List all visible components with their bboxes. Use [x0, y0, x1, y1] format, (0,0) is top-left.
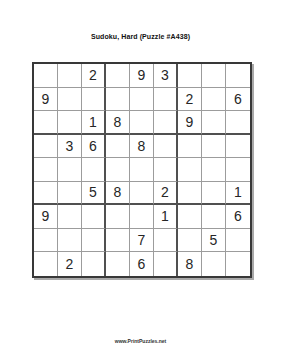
cell-r9c1: [34, 252, 58, 276]
cell-r6c7: [178, 182, 202, 206]
cell-r4c8: [202, 135, 226, 159]
cell-r3c2: [58, 111, 82, 135]
cell-r4c2: 3: [58, 135, 82, 159]
cell-r6c9: 1: [226, 182, 250, 206]
cell-r6c1: [34, 182, 58, 206]
cell-r5c7: [178, 158, 202, 182]
cell-r2c3: [82, 88, 106, 112]
cell-r5c6: [154, 158, 178, 182]
cell-r2c6: [154, 88, 178, 112]
cell-r8c7: [178, 229, 202, 253]
cell-r4c3: 6: [82, 135, 106, 159]
cell-r6c4: 8: [106, 182, 130, 206]
cell-r7c4: [106, 205, 130, 229]
cell-r9c6: [154, 252, 178, 276]
cell-r1c1: [34, 64, 58, 88]
cell-r5c2: [58, 158, 82, 182]
cell-r1c3: 2: [82, 64, 106, 88]
cell-r1c6: 3: [154, 64, 178, 88]
cell-r7c2: [58, 205, 82, 229]
puzzle-page: Sudoku, Hard (Puzzle #A438) 293926189368…: [0, 0, 281, 363]
cell-r3c5: [130, 111, 154, 135]
cell-r8c9: [226, 229, 250, 253]
cell-r1c8: [202, 64, 226, 88]
cell-r3c1: [34, 111, 58, 135]
cell-r8c1: [34, 229, 58, 253]
cell-r1c7: [178, 64, 202, 88]
cell-r8c4: [106, 229, 130, 253]
cell-r4c9: [226, 135, 250, 159]
cell-r8c8: 5: [202, 229, 226, 253]
cell-r3c6: [154, 111, 178, 135]
cell-r5c1: [34, 158, 58, 182]
cell-r7c3: [82, 205, 106, 229]
cell-r1c9: [226, 64, 250, 88]
cell-r5c9: [226, 158, 250, 182]
cell-r2c9: 6: [226, 88, 250, 112]
cell-r7c6: 1: [154, 205, 178, 229]
cell-r5c4: [106, 158, 130, 182]
cell-r1c2: [58, 64, 82, 88]
cell-r8c3: [82, 229, 106, 253]
cell-r9c3: [82, 252, 106, 276]
cell-r5c3: [82, 158, 106, 182]
cell-r6c8: [202, 182, 226, 206]
cell-r4c5: 8: [130, 135, 154, 159]
cell-r7c7: [178, 205, 202, 229]
cell-r6c3: 5: [82, 182, 106, 206]
cell-r3c9: [226, 111, 250, 135]
cell-r4c4: [106, 135, 130, 159]
cell-r2c5: [130, 88, 154, 112]
sudoku-board: 293926189368582191675268: [32, 62, 252, 278]
cell-r9c5: 6: [130, 252, 154, 276]
cell-r7c8: [202, 205, 226, 229]
cell-r2c2: [58, 88, 82, 112]
cell-r9c7: 8: [178, 252, 202, 276]
cell-r4c7: [178, 135, 202, 159]
cell-r7c5: [130, 205, 154, 229]
cell-r4c1: [34, 135, 58, 159]
cell-r8c6: [154, 229, 178, 253]
cell-r3c8: [202, 111, 226, 135]
cell-r2c7: 2: [178, 88, 202, 112]
cell-r3c3: 1: [82, 111, 106, 135]
cell-r5c5: [130, 158, 154, 182]
cell-r8c2: [58, 229, 82, 253]
cell-r9c2: 2: [58, 252, 82, 276]
cell-r6c5: [130, 182, 154, 206]
cell-r4c6: [154, 135, 178, 159]
cell-r9c9: [226, 252, 250, 276]
cell-r3c4: 8: [106, 111, 130, 135]
cell-r9c8: [202, 252, 226, 276]
cell-r2c4: [106, 88, 130, 112]
cell-r9c4: [106, 252, 130, 276]
cell-r7c1: 9: [34, 205, 58, 229]
cell-r1c5: 9: [130, 64, 154, 88]
cell-r2c8: [202, 88, 226, 112]
cell-r5c8: [202, 158, 226, 182]
cell-r6c6: 2: [154, 182, 178, 206]
cell-r2c1: 9: [34, 88, 58, 112]
page-title: Sudoku, Hard (Puzzle #A438): [0, 33, 281, 40]
cell-r6c2: [58, 182, 82, 206]
cell-r1c4: [106, 64, 130, 88]
footer-site-text: www.PrintPuzzles.net: [0, 338, 281, 344]
cell-r7c9: 6: [226, 205, 250, 229]
cell-r8c5: 7: [130, 229, 154, 253]
cell-r3c7: 9: [178, 111, 202, 135]
